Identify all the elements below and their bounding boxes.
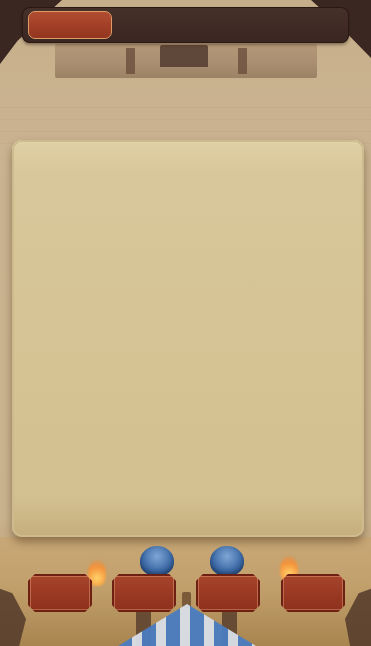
stats-row bbox=[0, 78, 371, 104]
gate-door-decoration bbox=[160, 45, 208, 67]
war-drum-decoration bbox=[140, 546, 174, 576]
restart-button[interactable] bbox=[28, 574, 92, 612]
war-drum-decoration bbox=[210, 546, 244, 576]
gate-post-decoration bbox=[126, 48, 135, 74]
hint-button[interactable] bbox=[196, 574, 260, 612]
undo-button[interactable] bbox=[112, 574, 176, 612]
header-bar bbox=[22, 7, 349, 43]
board-grid bbox=[12, 140, 364, 537]
back-button[interactable] bbox=[28, 11, 112, 39]
settings-button[interactable] bbox=[281, 574, 345, 612]
gate-post-decoration bbox=[238, 48, 247, 74]
xiangqi-board[interactable] bbox=[12, 140, 364, 537]
